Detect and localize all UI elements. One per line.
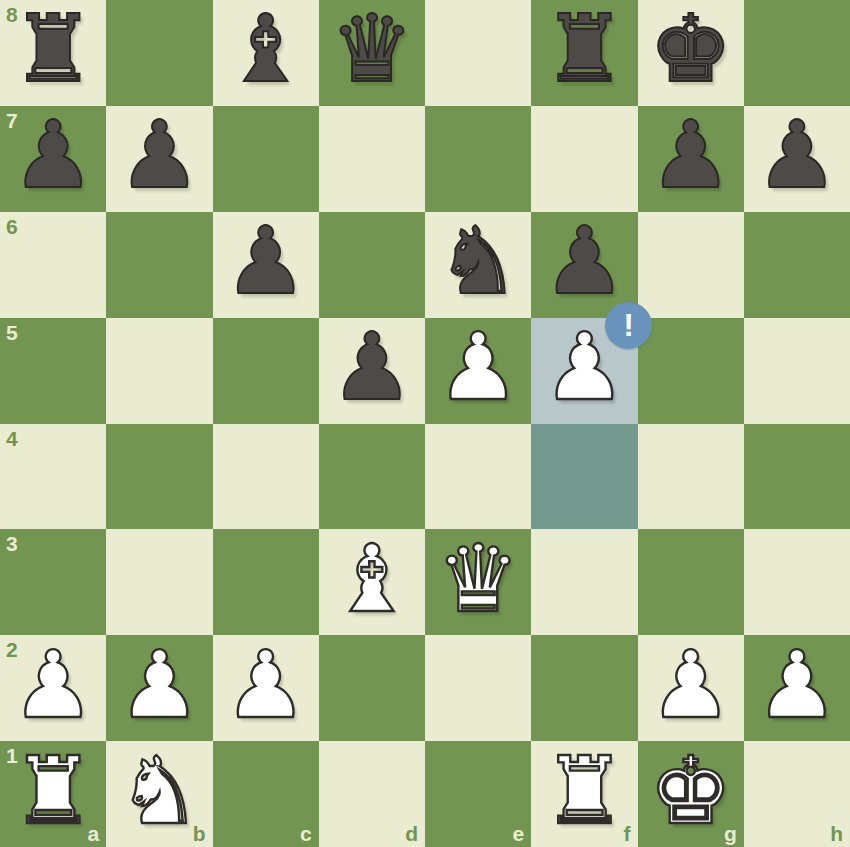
square-d6[interactable] bbox=[319, 212, 425, 318]
square-f2[interactable] bbox=[531, 635, 637, 741]
square-g2[interactable]: ♟ bbox=[638, 635, 744, 741]
rank-label-4: 4 bbox=[6, 427, 18, 451]
square-b8[interactable] bbox=[106, 0, 212, 106]
white-pawn[interactable]: ♟ bbox=[755, 639, 838, 732]
square-d5[interactable]: ♟ bbox=[319, 318, 425, 424]
rank-label-6: 6 bbox=[6, 215, 18, 239]
square-f4[interactable] bbox=[531, 424, 637, 530]
black-pawn[interactable]: ♟ bbox=[543, 215, 626, 308]
square-a7[interactable]: 7♟ bbox=[0, 106, 106, 212]
square-e8[interactable] bbox=[425, 0, 531, 106]
white-pawn[interactable]: ♟ bbox=[224, 639, 307, 732]
square-f8[interactable]: ♜ bbox=[531, 0, 637, 106]
square-b2[interactable]: ♟ bbox=[106, 635, 212, 741]
black-pawn[interactable]: ♟ bbox=[755, 109, 838, 202]
file-label-d: d bbox=[405, 822, 418, 846]
white-knight[interactable]: ♞ bbox=[118, 745, 201, 838]
black-bishop[interactable]: ♝ bbox=[224, 3, 307, 96]
black-pawn[interactable]: ♟ bbox=[118, 109, 201, 202]
black-knight[interactable]: ♞ bbox=[436, 215, 519, 308]
black-pawn[interactable]: ♟ bbox=[330, 321, 413, 414]
black-king[interactable]: ♚ bbox=[649, 3, 732, 96]
square-b6[interactable] bbox=[106, 212, 212, 318]
square-c5[interactable] bbox=[213, 318, 319, 424]
square-e1[interactable]: e bbox=[425, 741, 531, 847]
square-c2[interactable]: ♟ bbox=[213, 635, 319, 741]
great-move-badge: ! bbox=[605, 302, 652, 349]
square-b7[interactable]: ♟ bbox=[106, 106, 212, 212]
square-d1[interactable]: d bbox=[319, 741, 425, 847]
square-g1[interactable]: g♚ bbox=[638, 741, 744, 847]
square-e2[interactable] bbox=[425, 635, 531, 741]
square-c3[interactable] bbox=[213, 529, 319, 635]
square-h4[interactable] bbox=[744, 424, 850, 530]
square-g5[interactable] bbox=[638, 318, 744, 424]
square-d7[interactable] bbox=[319, 106, 425, 212]
square-d3[interactable]: ♝ bbox=[319, 529, 425, 635]
square-e3[interactable]: ♛ bbox=[425, 529, 531, 635]
white-rook[interactable]: ♜ bbox=[543, 745, 626, 838]
square-g8[interactable]: ♚ bbox=[638, 0, 744, 106]
square-a1[interactable]: 1a♜ bbox=[0, 741, 106, 847]
file-label-h: h bbox=[830, 822, 843, 846]
square-a2[interactable]: 2♟ bbox=[0, 635, 106, 741]
square-a3[interactable]: 3 bbox=[0, 529, 106, 635]
square-f1[interactable]: f♜ bbox=[531, 741, 637, 847]
square-g3[interactable] bbox=[638, 529, 744, 635]
white-pawn[interactable]: ♟ bbox=[436, 321, 519, 414]
black-pawn[interactable]: ♟ bbox=[224, 215, 307, 308]
square-b4[interactable] bbox=[106, 424, 212, 530]
black-rook[interactable]: ♜ bbox=[543, 3, 626, 96]
square-h2[interactable]: ♟ bbox=[744, 635, 850, 741]
square-b5[interactable] bbox=[106, 318, 212, 424]
square-h7[interactable]: ♟ bbox=[744, 106, 850, 212]
square-e5[interactable]: ♟ bbox=[425, 318, 531, 424]
white-bishop[interactable]: ♝ bbox=[330, 533, 413, 626]
square-b3[interactable] bbox=[106, 529, 212, 635]
black-pawn[interactable]: ♟ bbox=[649, 109, 732, 202]
square-e4[interactable] bbox=[425, 424, 531, 530]
square-b1[interactable]: b♞ bbox=[106, 741, 212, 847]
square-a4[interactable]: 4 bbox=[0, 424, 106, 530]
square-e7[interactable] bbox=[425, 106, 531, 212]
square-h1[interactable]: h bbox=[744, 741, 850, 847]
square-a8[interactable]: 8♜ bbox=[0, 0, 106, 106]
black-rook[interactable]: ♜ bbox=[11, 3, 94, 96]
file-label-e: e bbox=[513, 822, 525, 846]
white-pawn[interactable]: ♟ bbox=[118, 639, 201, 732]
square-c6[interactable]: ♟ bbox=[213, 212, 319, 318]
square-h5[interactable] bbox=[744, 318, 850, 424]
white-pawn[interactable]: ♟ bbox=[649, 639, 732, 732]
square-e6[interactable]: ♞ bbox=[425, 212, 531, 318]
square-h6[interactable] bbox=[744, 212, 850, 318]
black-pawn[interactable]: ♟ bbox=[11, 109, 94, 202]
square-c7[interactable] bbox=[213, 106, 319, 212]
white-king[interactable]: ♚ bbox=[649, 745, 732, 838]
square-c1[interactable]: c bbox=[213, 741, 319, 847]
square-h8[interactable] bbox=[744, 0, 850, 106]
square-h3[interactable] bbox=[744, 529, 850, 635]
square-c4[interactable] bbox=[213, 424, 319, 530]
square-a6[interactable]: 6 bbox=[0, 212, 106, 318]
square-f7[interactable] bbox=[531, 106, 637, 212]
white-pawn[interactable]: ♟ bbox=[11, 639, 94, 732]
great-move-symbol: ! bbox=[623, 307, 634, 344]
square-c8[interactable]: ♝ bbox=[213, 0, 319, 106]
square-d8[interactable]: ♛ bbox=[319, 0, 425, 106]
square-d4[interactable] bbox=[319, 424, 425, 530]
chess-board: 8♜♝♛♜♚7♟♟♟♟6♟♞♟5♟♟♟43♝♛2♟♟♟♟♟1a♜b♞cdef♜g… bbox=[0, 0, 850, 847]
file-label-c: c bbox=[300, 822, 312, 846]
square-f3[interactable] bbox=[531, 529, 637, 635]
rank-label-3: 3 bbox=[6, 532, 18, 556]
square-d2[interactable] bbox=[319, 635, 425, 741]
rank-label-5: 5 bbox=[6, 321, 18, 345]
square-g4[interactable] bbox=[638, 424, 744, 530]
square-f6[interactable]: ♟ bbox=[531, 212, 637, 318]
white-rook[interactable]: ♜ bbox=[11, 745, 94, 838]
black-queen[interactable]: ♛ bbox=[330, 3, 413, 96]
square-a5[interactable]: 5 bbox=[0, 318, 106, 424]
square-g7[interactable]: ♟ bbox=[638, 106, 744, 212]
white-queen[interactable]: ♛ bbox=[436, 533, 519, 626]
square-g6[interactable] bbox=[638, 212, 744, 318]
